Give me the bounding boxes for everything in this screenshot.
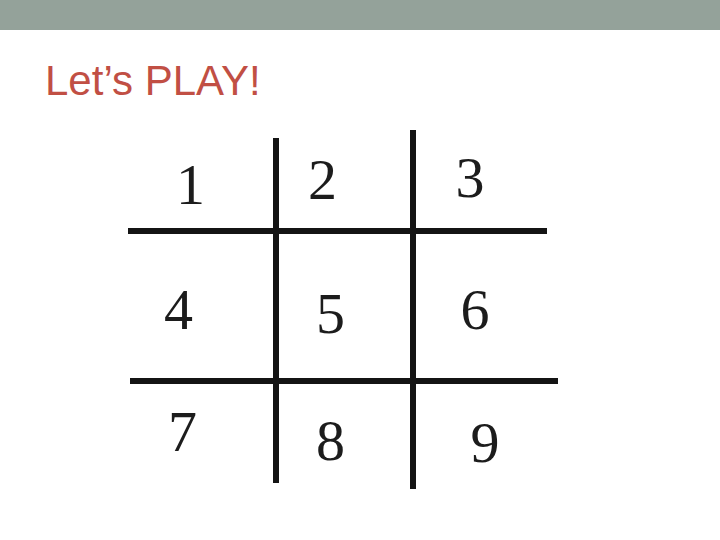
cell-9[interactable]: 9 bbox=[412, 381, 558, 488]
grid-horizontal-line-top bbox=[128, 228, 547, 234]
cell-4-label: 4 bbox=[164, 281, 193, 339]
cell-2[interactable]: 2 bbox=[275, 135, 412, 231]
cell-2-label: 2 bbox=[308, 151, 337, 209]
cell-9-label: 9 bbox=[471, 414, 500, 472]
cell-4[interactable]: 4 bbox=[128, 231, 275, 381]
cell-3-label: 3 bbox=[456, 149, 485, 207]
cell-7-label: 7 bbox=[168, 403, 197, 461]
cell-1[interactable]: 1 bbox=[128, 135, 275, 231]
cell-1-label: 1 bbox=[176, 156, 205, 214]
cell-5[interactable]: 5 bbox=[275, 231, 412, 381]
cell-8-label: 8 bbox=[316, 412, 345, 470]
grid-vertical-line-left bbox=[273, 138, 279, 483]
cell-6-label: 6 bbox=[461, 281, 490, 339]
slide-top-bar bbox=[0, 0, 720, 30]
grid-horizontal-line-bottom bbox=[130, 378, 558, 384]
cell-6[interactable]: 6 bbox=[412, 231, 558, 381]
cell-3[interactable]: 3 bbox=[412, 135, 558, 231]
cell-5-label: 5 bbox=[316, 285, 345, 343]
slide-title: Let’s PLAY! bbox=[45, 60, 261, 102]
grid-vertical-line-right bbox=[410, 130, 416, 489]
tic-tac-toe-board: 1 2 3 4 5 6 7 8 9 bbox=[128, 135, 558, 488]
cell-8[interactable]: 8 bbox=[275, 381, 412, 488]
board-cells: 1 2 3 4 5 6 7 8 9 bbox=[128, 135, 558, 488]
slide: Let’s PLAY! 1 2 3 4 5 6 7 8 9 bbox=[0, 0, 720, 540]
cell-7[interactable]: 7 bbox=[128, 381, 275, 488]
